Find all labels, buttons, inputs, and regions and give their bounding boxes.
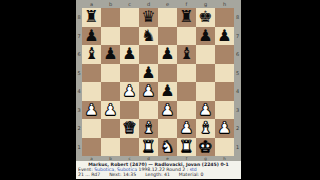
square-f8[interactable]: ♜ xyxy=(177,8,196,27)
caption-stats: 21 ... Rd7Next: 14:35Length: 41Material:… xyxy=(78,172,239,177)
square-f7[interactable] xyxy=(177,27,196,46)
video-frame: abcdefgh 87654321 ♜♛♜♚♟♞♟♟♝♟♟♟♝♟♟♟♟♟♟♟♟♛… xyxy=(0,0,320,180)
square-c5[interactable] xyxy=(120,64,139,83)
square-h4[interactable] xyxy=(215,82,234,101)
piece-black-queen[interactable]: ♛ xyxy=(139,8,158,27)
square-e7[interactable] xyxy=(158,27,177,46)
square-b3[interactable]: ♟ xyxy=(101,101,120,120)
square-c2[interactable]: ♛ xyxy=(120,119,139,138)
file-labels-top: abcdefgh xyxy=(76,0,241,8)
square-f6[interactable]: ♝ xyxy=(177,45,196,64)
file-label-a: a xyxy=(82,156,101,161)
square-h5[interactable] xyxy=(215,64,234,83)
piece-white-pawn[interactable]: ♟ xyxy=(101,101,120,120)
stat-token-3: Material: 0 xyxy=(179,172,204,177)
file-label-c: c xyxy=(120,0,139,8)
square-e6[interactable]: ♟ xyxy=(158,45,177,64)
square-d6[interactable] xyxy=(139,45,158,64)
square-d7[interactable]: ♞ xyxy=(139,27,158,46)
piece-white-pawn[interactable]: ♟ xyxy=(177,119,196,138)
square-c4[interactable]: ♟ xyxy=(120,82,139,101)
square-c6[interactable]: ♟ xyxy=(120,45,139,64)
piece-white-pawn[interactable]: ♟ xyxy=(82,101,101,120)
chess-board: ♜♛♜♚♟♞♟♟♝♟♟♟♝♟♟♟♟♟♟♟♟♛♝♟♝♟♜♞♜♚ xyxy=(82,8,234,156)
piece-black-pawn[interactable]: ♟ xyxy=(215,27,234,46)
square-a7[interactable]: ♟ xyxy=(82,27,101,46)
piece-black-pawn[interactable]: ♟ xyxy=(139,64,158,83)
piece-black-pawn[interactable]: ♟ xyxy=(82,27,101,46)
square-a2[interactable] xyxy=(82,119,101,138)
piece-black-bishop[interactable]: ♝ xyxy=(177,45,196,64)
piece-white-rook[interactable]: ♜ xyxy=(177,138,196,157)
square-f2[interactable]: ♟ xyxy=(177,119,196,138)
file-label-b: b xyxy=(101,156,120,161)
square-e5[interactable] xyxy=(158,64,177,83)
piece-black-bishop[interactable]: ♝ xyxy=(82,45,101,64)
square-f4[interactable] xyxy=(177,82,196,101)
square-h6[interactable] xyxy=(215,45,234,64)
board-panel: abcdefgh 87654321 ♜♛♜♚♟♞♟♟♝♟♟♟♝♟♟♟♟♟♟♟♟♛… xyxy=(76,0,241,179)
square-f3[interactable] xyxy=(177,101,196,120)
square-g6[interactable] xyxy=(196,45,215,64)
square-g5[interactable] xyxy=(196,64,215,83)
piece-white-king[interactable]: ♚ xyxy=(196,138,215,157)
square-b2[interactable] xyxy=(101,119,120,138)
file-label-e: e xyxy=(158,0,177,8)
piece-white-queen[interactable]: ♛ xyxy=(120,119,139,138)
rank-label-8: 8 xyxy=(234,8,241,27)
file-label-h: h xyxy=(215,156,234,161)
square-h7[interactable]: ♟ xyxy=(215,27,234,46)
rank-label-2: 2 xyxy=(234,119,241,138)
rank-label-6: 6 xyxy=(234,45,241,64)
square-e1[interactable]: ♞ xyxy=(158,138,177,157)
rank-label-1: 1 xyxy=(234,138,241,157)
square-c1[interactable] xyxy=(120,138,139,157)
square-d1[interactable]: ♜ xyxy=(139,138,158,157)
square-g2[interactable]: ♝ xyxy=(196,119,215,138)
piece-black-knight[interactable]: ♞ xyxy=(139,27,158,46)
file-label-h: h xyxy=(215,0,234,8)
file-labels-bottom: abcdefgh xyxy=(76,156,241,161)
square-d5[interactable]: ♟ xyxy=(139,64,158,83)
caption-area: Markus, Robert (2470) — Radlovacki, Jova… xyxy=(76,161,241,179)
square-h3[interactable] xyxy=(215,101,234,120)
stat-token-2: Length: 41 xyxy=(145,172,170,177)
piece-black-pawn[interactable]: ♟ xyxy=(196,27,215,46)
square-b5[interactable] xyxy=(101,64,120,83)
file-label-f: f xyxy=(177,156,196,161)
square-h1[interactable] xyxy=(215,138,234,157)
piece-black-pawn[interactable]: ♟ xyxy=(158,82,177,101)
file-label-e: e xyxy=(158,156,177,161)
board-row: 87654321 ♜♛♜♚♟♞♟♟♝♟♟♟♝♟♟♟♟♟♟♟♟♛♝♟♝♟♜♞♜♚ … xyxy=(76,8,241,156)
square-h2[interactable]: ♟ xyxy=(215,119,234,138)
square-d2[interactable]: ♝ xyxy=(139,119,158,138)
piece-white-pawn[interactable]: ♟ xyxy=(139,82,158,101)
square-h8[interactable] xyxy=(215,8,234,27)
stat-token-1: Next: 14:35 xyxy=(109,172,136,177)
square-e4[interactable]: ♟ xyxy=(158,82,177,101)
square-c7[interactable] xyxy=(120,27,139,46)
square-a8[interactable]: ♜ xyxy=(82,8,101,27)
piece-black-rook[interactable]: ♜ xyxy=(82,8,101,27)
square-d8[interactable]: ♛ xyxy=(139,8,158,27)
square-g4[interactable] xyxy=(196,82,215,101)
piece-white-pawn[interactable]: ♟ xyxy=(196,101,215,120)
square-d4[interactable]: ♟ xyxy=(139,82,158,101)
piece-black-pawn[interactable]: ♟ xyxy=(158,45,177,64)
square-a4[interactable] xyxy=(82,82,101,101)
square-e3[interactable]: ♟ xyxy=(158,101,177,120)
square-a3[interactable]: ♟ xyxy=(82,101,101,120)
square-b8[interactable] xyxy=(101,8,120,27)
file-label-d: d xyxy=(139,156,158,161)
piece-white-pawn[interactable]: ♟ xyxy=(158,101,177,120)
piece-white-pawn[interactable]: ♟ xyxy=(215,119,234,138)
rank-label-5: 5 xyxy=(234,64,241,83)
file-label-g: g xyxy=(196,156,215,161)
square-g3[interactable]: ♟ xyxy=(196,101,215,120)
piece-black-pawn[interactable]: ♟ xyxy=(120,45,139,64)
rank-label-4: 4 xyxy=(234,82,241,101)
square-b4[interactable] xyxy=(101,82,120,101)
square-c8[interactable] xyxy=(120,8,139,27)
piece-white-knight[interactable]: ♞ xyxy=(158,138,177,157)
square-b6[interactable]: ♟ xyxy=(101,45,120,64)
square-a6[interactable]: ♝ xyxy=(82,45,101,64)
square-c3[interactable] xyxy=(120,101,139,120)
rank-labels-right: 87654321 xyxy=(234,8,241,156)
square-g8[interactable]: ♚ xyxy=(196,8,215,27)
square-d3[interactable] xyxy=(139,101,158,120)
file-label-c: c xyxy=(120,156,139,161)
piece-black-pawn[interactable]: ♟ xyxy=(101,45,120,64)
square-f1[interactable]: ♜ xyxy=(177,138,196,157)
square-b7[interactable] xyxy=(101,27,120,46)
square-b1[interactable] xyxy=(101,138,120,157)
square-a1[interactable] xyxy=(82,138,101,157)
square-e8[interactable] xyxy=(158,8,177,27)
square-a5[interactable] xyxy=(82,64,101,83)
square-e2[interactable] xyxy=(158,119,177,138)
piece-white-rook[interactable]: ♜ xyxy=(139,138,158,157)
square-g1[interactable]: ♚ xyxy=(196,138,215,157)
piece-white-pawn[interactable]: ♟ xyxy=(120,82,139,101)
file-label-b: b xyxy=(101,0,120,8)
square-g7[interactable]: ♟ xyxy=(196,27,215,46)
piece-white-bishop[interactable]: ♝ xyxy=(139,119,158,138)
piece-white-bishop[interactable]: ♝ xyxy=(196,119,215,138)
square-f5[interactable] xyxy=(177,64,196,83)
stat-token-0: 21 ... Rd7 xyxy=(78,172,100,177)
rank-label-7: 7 xyxy=(234,27,241,46)
piece-black-king[interactable]: ♚ xyxy=(196,8,215,27)
piece-black-rook[interactable]: ♜ xyxy=(177,8,196,27)
rank-label-3: 3 xyxy=(234,101,241,120)
